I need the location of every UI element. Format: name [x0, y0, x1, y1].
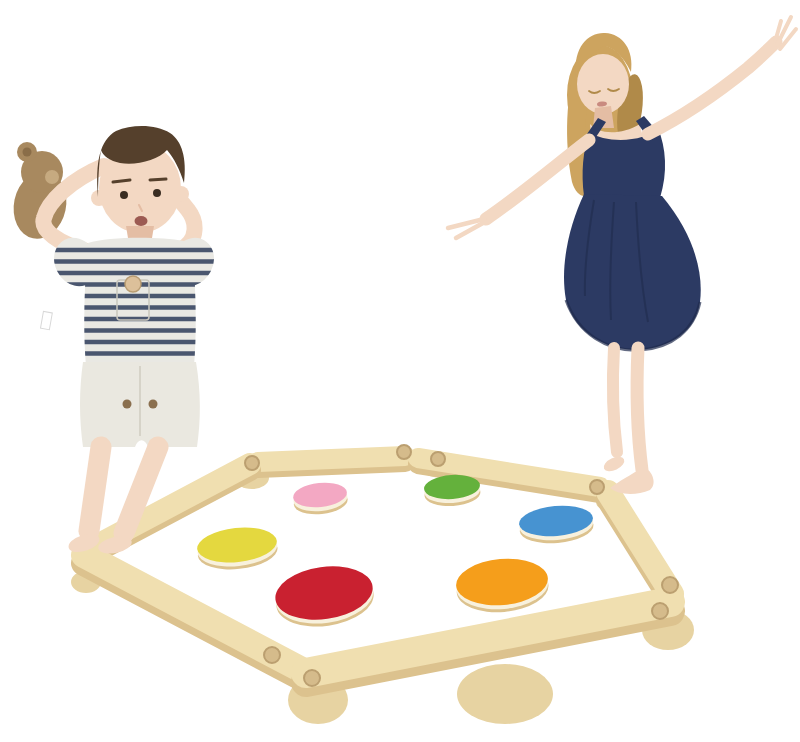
boy-eye — [153, 189, 161, 197]
connector-dowel — [245, 456, 259, 470]
balance-beam — [258, 456, 405, 462]
connector-dowel — [652, 603, 668, 619]
bear-snout — [45, 170, 59, 184]
boy-eye — [120, 191, 128, 199]
product-photo — [0, 0, 800, 742]
connector-dowel — [662, 577, 678, 593]
connector-dowel — [304, 670, 320, 686]
frame-foot — [457, 664, 553, 724]
connector-dowel — [431, 452, 445, 466]
boy-eyebrow — [113, 180, 130, 182]
boy-shorts — [80, 362, 200, 447]
girl-left-leg — [613, 348, 617, 452]
connector-dowel — [590, 480, 604, 494]
connector-dowel — [397, 445, 411, 459]
bear-applique — [125, 276, 141, 292]
girl-right-leg — [637, 348, 642, 470]
shorts-button — [149, 400, 158, 409]
boy-mouth — [135, 216, 148, 226]
connector-dowel — [264, 647, 280, 663]
boy-left-leg — [89, 447, 101, 531]
shorts-button — [123, 400, 132, 409]
scene-canvas — [0, 0, 800, 742]
boy-eyebrow — [150, 179, 166, 180]
